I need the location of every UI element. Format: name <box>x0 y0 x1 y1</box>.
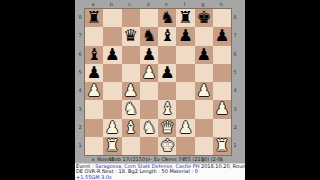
black-queen-c7: ♛ <box>123 27 138 45</box>
square-d4[interactable] <box>140 82 158 100</box>
square-c3[interactable]: ♞ <box>122 100 140 118</box>
rank-label-5: 5 <box>77 63 83 81</box>
square-a1[interactable] <box>85 137 103 155</box>
square-f4[interactable] <box>176 82 194 100</box>
square-b2[interactable]: ♟ <box>103 119 121 137</box>
white-bishop-e3: ♝ <box>160 100 175 118</box>
square-e7[interactable]: ♝ <box>158 27 176 45</box>
square-d2[interactable]: ♞ <box>140 119 158 137</box>
square-c5[interactable] <box>122 64 140 82</box>
square-d5[interactable]: ♟ <box>140 64 158 82</box>
eval-line: +1.55GM 3.0s <box>76 175 245 180</box>
square-b6[interactable]: ♟ <box>103 46 121 64</box>
rank-labels-right: 87654321 <box>232 8 238 154</box>
black-knight-d7: ♞ <box>142 27 157 45</box>
rank-label-4: 4 <box>77 81 83 99</box>
file-label-e: e <box>157 1 175 7</box>
square-a5[interactable]: ♟ <box>85 64 103 82</box>
rank-label-6: 6 <box>77 45 83 63</box>
square-g5[interactable] <box>195 64 213 82</box>
white-pawn-h3: ♟ <box>215 100 230 118</box>
square-a6[interactable]: ♝ <box>85 46 103 64</box>
square-h6[interactable] <box>213 46 231 64</box>
black-pawn-f7: ♟ <box>178 27 193 45</box>
square-e4[interactable] <box>158 82 176 100</box>
square-b8[interactable] <box>103 9 121 27</box>
black-pawn-b6: ♟ <box>105 46 120 64</box>
square-e3[interactable]: ♝ <box>158 100 176 118</box>
black-rook-f8: ♜ <box>178 9 193 27</box>
eval-link[interactable]: +1.55GM 3.0s <box>76 175 112 180</box>
rank-label-1: 1 <box>77 136 83 154</box>
rank-label-1: 1 <box>232 136 238 154</box>
square-a4[interactable]: ♟ <box>85 82 103 100</box>
square-e1[interactable]: ♚ <box>158 137 176 155</box>
square-g6[interactable]: ♟ <box>195 46 213 64</box>
file-label-h: h <box>212 1 230 7</box>
square-d1[interactable] <box>140 137 158 155</box>
rank-label-3: 3 <box>232 99 238 117</box>
black-pawn-a5: ♟ <box>87 64 102 82</box>
square-c4[interactable]: ♟ <box>122 82 140 100</box>
square-h2[interactable] <box>213 119 231 137</box>
square-h8[interactable] <box>213 9 231 27</box>
file-labels-top: abcdefgh <box>84 1 230 7</box>
white-rook-h1: ♜ <box>215 137 230 155</box>
white-pawn-b2: ♟ <box>105 119 120 137</box>
white-pawn-a4: ♟ <box>87 82 102 100</box>
square-f5[interactable] <box>176 64 194 82</box>
white-queen-e2: ♛ <box>160 119 175 137</box>
square-g4[interactable]: ♟ <box>195 82 213 100</box>
square-e5[interactable]: ♟ <box>158 64 176 82</box>
square-c1[interactable] <box>122 137 140 155</box>
square-f3[interactable] <box>176 100 194 118</box>
rank-label-2: 2 <box>77 118 83 136</box>
rank-label-2: 2 <box>232 118 238 136</box>
rank-label-8: 8 <box>77 8 83 26</box>
square-c8[interactable] <box>122 9 140 27</box>
square-g2[interactable] <box>195 119 213 137</box>
rank-label-6: 6 <box>232 45 238 63</box>
square-f7[interactable]: ♟ <box>176 27 194 45</box>
square-g8[interactable]: ♚ <box>195 9 213 27</box>
file-label-f: f <box>175 1 193 7</box>
square-f1[interactable] <box>176 137 194 155</box>
black-pawn-e5: ♟ <box>160 64 175 82</box>
video-frame: abcdefgh abcdefgh 87654321 87654321 ♜♞♜♚… <box>0 0 320 180</box>
white-pawn-d5: ♟ <box>142 64 157 82</box>
rank-labels-left: 87654321 <box>77 8 83 154</box>
chess-board: ♜♞♜♚♛♞♝♟♟♝♟♟♟♟♟♟♟♟♟♞♝♟♟♝♞♛♟♜♚♜ <box>84 8 232 156</box>
square-d3[interactable] <box>140 100 158 118</box>
rank-label-3: 3 <box>77 99 83 117</box>
square-e2[interactable]: ♛ <box>158 119 176 137</box>
square-h3[interactable]: ♟ <box>213 100 231 118</box>
rank-label-5: 5 <box>232 63 238 81</box>
event-label: Event : <box>76 164 95 169</box>
black-bishop-e7: ♝ <box>160 27 175 45</box>
white-knight-d2: ♞ <box>142 119 157 137</box>
black-pawn-d6: ♟ <box>142 46 157 64</box>
square-c7[interactable]: ♛ <box>122 27 140 45</box>
square-g3[interactable] <box>195 100 213 118</box>
black-rook-a8: ♜ <box>87 9 102 27</box>
white-pawn-f2: ♟ <box>178 119 193 137</box>
square-c2[interactable]: ♝ <box>122 119 140 137</box>
square-h1[interactable]: ♜ <box>213 137 231 155</box>
square-b3[interactable] <box>103 100 121 118</box>
rank-label-7: 7 <box>77 26 83 44</box>
square-f8[interactable]: ♜ <box>176 9 194 27</box>
square-f6[interactable] <box>176 46 194 64</box>
black-pawn-h7: ♟ <box>215 27 230 45</box>
square-b4[interactable] <box>103 82 121 100</box>
square-b1[interactable]: ♜ <box>103 137 121 155</box>
file-label-d: d <box>139 1 157 7</box>
white-pawn-g4: ♟ <box>197 82 212 100</box>
square-h4[interactable] <box>213 82 231 100</box>
event-tail: 2018.10.20, Round 11 d30 <box>199 164 245 169</box>
file-label-a: a <box>84 1 102 7</box>
square-a8[interactable]: ♜ <box>85 9 103 27</box>
square-b5[interactable] <box>103 64 121 82</box>
event-link[interactable]: Saragossa; Corn Stalk Defense, Castle PH <box>95 164 199 169</box>
black-king-g8: ♚ <box>197 9 212 27</box>
white-king-e1: ♚ <box>160 137 175 155</box>
square-d6[interactable]: ♟ <box>140 46 158 64</box>
file-label-g: g <box>194 1 212 7</box>
players-line: NovikBob 17 (2150) -- Ev Chess 7455 (215… <box>75 156 245 163</box>
square-b7[interactable] <box>103 27 121 45</box>
square-d8[interactable] <box>140 9 158 27</box>
rank-label-7: 7 <box>232 26 238 44</box>
square-a7[interactable] <box>85 27 103 45</box>
square-f2[interactable]: ♟ <box>176 119 194 137</box>
square-e8[interactable]: ♞ <box>158 9 176 27</box>
square-g1[interactable] <box>195 137 213 155</box>
rank-label-4: 4 <box>232 81 238 99</box>
white-rook-b1: ♜ <box>105 137 120 155</box>
black-pawn-g6: ♟ <box>197 46 212 64</box>
square-e6[interactable] <box>158 46 176 64</box>
square-h5[interactable] <box>213 64 231 82</box>
square-d7[interactable]: ♞ <box>140 27 158 45</box>
square-a3[interactable] <box>85 100 103 118</box>
square-h7[interactable]: ♟ <box>213 27 231 45</box>
square-c6[interactable] <box>122 46 140 64</box>
square-g7[interactable] <box>195 27 213 45</box>
white-knight-c3: ♞ <box>123 100 138 118</box>
square-a2[interactable] <box>85 119 103 137</box>
file-label-c: c <box>121 1 139 7</box>
white-pawn-c4: ♟ <box>123 82 138 100</box>
black-knight-e8: ♞ <box>160 9 175 27</box>
rank-label-8: 8 <box>232 8 238 26</box>
white-bishop-c2: ♝ <box>123 119 138 137</box>
black-bishop-a6: ♝ <box>87 46 102 64</box>
file-label-b: b <box>102 1 120 7</box>
caption-strip: Event : Saragossa; Corn Stalk Defense, C… <box>75 163 245 180</box>
